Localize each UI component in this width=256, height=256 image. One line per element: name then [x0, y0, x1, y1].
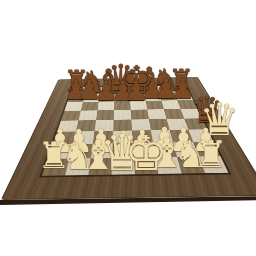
- chess-photo: ♜♞♝♛♚♝♞♜♟♟♟♟♟♟♟♟♟♟♟♟♟♟♟♟♜♞♝♛♚♝♞♜♛♛: [0, 0, 256, 256]
- piece-light-king-e1[interactable]: ♚: [125, 129, 168, 177]
- pieces-layer: ♜♞♝♛♚♝♞♜♟♟♟♟♟♟♟♟♟♟♟♟♟♟♟♟♜♞♝♛♚♝♞♜♛♛: [0, 0, 256, 256]
- piece-light-rook-h1[interactable]: ♜: [195, 137, 228, 173]
- piece-dark-pawn-e7[interactable]: ♟: [124, 77, 148, 104]
